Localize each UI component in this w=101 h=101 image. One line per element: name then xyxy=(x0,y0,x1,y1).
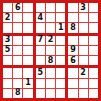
cell-r9c5[interactable] xyxy=(46,89,55,98)
cell-r5c3[interactable] xyxy=(23,46,32,55)
cell-r1c2[interactable]: 6 xyxy=(13,3,22,12)
cell-r7c6[interactable] xyxy=(56,68,65,77)
cell-r6c2[interactable] xyxy=(13,56,22,65)
cell-r8c1[interactable] xyxy=(3,79,12,88)
cell-r7c8[interactable]: 2 xyxy=(79,68,88,77)
cell-r5c8[interactable] xyxy=(79,46,88,55)
cell-r7c7[interactable] xyxy=(68,68,77,77)
cell-r2c1[interactable]: 2 xyxy=(3,13,12,22)
cell-r3c1[interactable] xyxy=(3,23,12,32)
cell-r1c1[interactable] xyxy=(3,3,12,12)
cell-r4c3[interactable] xyxy=(23,36,32,45)
cell-r5c5[interactable] xyxy=(46,46,55,55)
cell-r4c6[interactable] xyxy=(56,36,65,45)
cell-r4c2[interactable] xyxy=(13,36,22,45)
cell-r2c5[interactable] xyxy=(46,13,55,22)
cell-r9c4[interactable] xyxy=(36,89,45,98)
cell-r3c5[interactable] xyxy=(46,23,55,32)
cell-r1c4[interactable] xyxy=(36,3,45,12)
block-3-1: 18 xyxy=(3,68,33,98)
cell-r2c8[interactable] xyxy=(79,13,88,22)
cell-r3c7[interactable]: 8 xyxy=(68,23,77,32)
cell-r4c4[interactable]: 7 xyxy=(36,36,45,45)
cell-r4c1[interactable]: 3 xyxy=(3,36,12,45)
cell-r2c2[interactable] xyxy=(13,13,22,22)
cell-r7c1[interactable] xyxy=(3,68,12,77)
cell-r2c9[interactable] xyxy=(89,13,98,22)
cell-r6c8[interactable] xyxy=(79,56,88,65)
cell-r8c2[interactable] xyxy=(13,79,22,88)
cell-r9c7[interactable] xyxy=(68,89,77,98)
cell-r1c6[interactable] xyxy=(56,3,65,12)
cell-r6c3[interactable] xyxy=(23,56,32,65)
cell-r9c8[interactable] xyxy=(79,89,88,98)
cell-r6c4[interactable] xyxy=(36,56,45,65)
cell-r8c5[interactable] xyxy=(46,79,55,88)
cell-r8c8[interactable] xyxy=(79,79,88,88)
cell-r6c6[interactable] xyxy=(56,56,65,65)
cell-r3c6[interactable]: 1 xyxy=(56,23,65,32)
cell-r8c3[interactable]: 1 xyxy=(23,79,32,88)
cell-r7c3[interactable] xyxy=(23,68,32,77)
cell-r6c5[interactable]: 8 xyxy=(46,56,55,65)
block-1-2: 41 xyxy=(36,3,66,33)
cell-r1c5[interactable] xyxy=(46,3,55,12)
cell-r5c6[interactable] xyxy=(56,46,65,55)
cell-r6c7[interactable]: 6 xyxy=(68,56,77,65)
cell-r1c7[interactable] xyxy=(68,3,77,12)
cell-r8c7[interactable] xyxy=(68,79,77,88)
cell-r8c6[interactable] xyxy=(56,79,65,88)
cell-r1c3[interactable] xyxy=(23,3,32,12)
cell-r9c6[interactable] xyxy=(56,89,65,98)
cell-r3c4[interactable] xyxy=(36,23,45,32)
cell-r7c4[interactable]: 5 xyxy=(36,68,45,77)
cell-r4c7[interactable] xyxy=(68,36,77,45)
cell-r2c6[interactable] xyxy=(56,13,65,22)
cell-r6c1[interactable] xyxy=(3,56,12,65)
cell-r5c4[interactable] xyxy=(36,46,45,55)
block-2-2: 728 xyxy=(36,36,66,66)
cell-r4c5[interactable]: 2 xyxy=(46,36,55,45)
cell-r9c3[interactable] xyxy=(23,89,32,98)
cell-r4c9[interactable] xyxy=(89,36,98,45)
cell-r7c9[interactable] xyxy=(89,68,98,77)
cell-r5c1[interactable]: 5 xyxy=(3,46,12,55)
cell-r2c4[interactable]: 4 xyxy=(36,13,45,22)
cell-r5c7[interactable]: 9 xyxy=(68,46,77,55)
cell-r3c2[interactable] xyxy=(13,23,22,32)
block-1-3: 38 xyxy=(68,3,98,33)
cell-r9c1[interactable] xyxy=(3,89,12,98)
cell-r9c2[interactable]: 8 xyxy=(13,89,22,98)
block-3-3: 2 xyxy=(68,68,98,98)
block-2-3: 96 xyxy=(68,36,98,66)
block-2-1: 35 xyxy=(3,36,33,66)
cell-r4c8[interactable] xyxy=(79,36,88,45)
cell-r6c9[interactable] xyxy=(89,56,98,65)
cell-r7c2[interactable] xyxy=(13,68,22,77)
cell-r1c9[interactable] xyxy=(89,3,98,12)
cell-r8c4[interactable] xyxy=(36,79,45,88)
cell-r3c8[interactable] xyxy=(79,23,88,32)
cell-r2c3[interactable] xyxy=(23,13,32,22)
cell-r8c9[interactable] xyxy=(89,79,98,88)
block-3-2: 5 xyxy=(36,68,66,98)
cell-r9c9[interactable] xyxy=(89,89,98,98)
cell-r3c9[interactable] xyxy=(89,23,98,32)
cell-r5c9[interactable] xyxy=(89,46,98,55)
cell-r7c5[interactable] xyxy=(46,68,55,77)
cell-r2c7[interactable] xyxy=(68,13,77,22)
block-1-1: 62 xyxy=(3,3,33,33)
cell-r1c8[interactable]: 3 xyxy=(79,3,88,12)
cell-r5c2[interactable] xyxy=(13,46,22,55)
sudoku-board: 62413835728961852 xyxy=(0,0,101,101)
cell-r3c3[interactable] xyxy=(23,23,32,32)
